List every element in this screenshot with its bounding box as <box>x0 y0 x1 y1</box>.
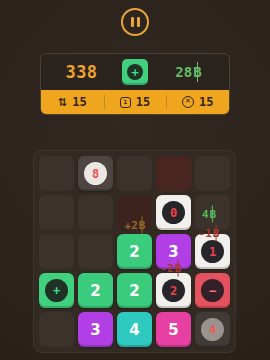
tile-circle: 0 <box>162 201 185 224</box>
tile-circle: 1 <box>201 240 224 263</box>
currency-icon: B <box>193 64 201 80</box>
tile-4[interactable]: 4 <box>195 312 230 347</box>
game-board: 80231+222−3454 +2B4B-1B-2B <box>33 150 236 353</box>
board-cell[interactable]: 1 <box>195 234 230 269</box>
hud-panel: 338 + 28B ⇅ 15 1 15 ✕ 15 <box>40 53 230 115</box>
tile-8[interactable]: 8 <box>78 156 113 191</box>
tile-2[interactable]: 2 <box>156 273 191 308</box>
tile-one-icon: 1 <box>120 97 131 108</box>
tile-circle: − <box>201 279 224 302</box>
tile-5[interactable]: 5 <box>156 312 191 347</box>
powerup-count: 15 <box>136 95 150 109</box>
board-cell[interactable]: 4 <box>195 312 230 347</box>
board-cell[interactable]: 2 <box>156 273 191 308</box>
board-cell[interactable]: 4 <box>117 312 152 347</box>
swap-arrows-icon: ⇅ <box>58 97 67 108</box>
powerup-count: 15 <box>199 95 213 109</box>
powerup-swap-button[interactable]: ⇅ 15 <box>41 90 104 114</box>
board-cell[interactable]: 2 <box>117 273 152 308</box>
tile-3[interactable]: 3 <box>78 312 113 347</box>
board-cell[interactable]: 0 <box>156 195 191 230</box>
board-cell[interactable] <box>39 156 74 191</box>
plus-icon: + <box>127 64 143 80</box>
app-background: 338 + 28B ⇅ 15 1 15 ✕ 15 80231+222−3454 … <box>0 0 270 360</box>
board-cell[interactable] <box>39 234 74 269</box>
tile-0[interactable]: 0 <box>156 195 191 230</box>
board-cell[interactable] <box>39 312 74 347</box>
board-cell[interactable]: 8 <box>78 156 113 191</box>
board-cell[interactable] <box>195 195 230 230</box>
board-cell[interactable]: 3 <box>78 312 113 347</box>
board-cell[interactable]: 2 <box>117 234 152 269</box>
tile-−[interactable]: − <box>195 273 230 308</box>
tile-2[interactable]: 2 <box>117 273 152 308</box>
pause-button[interactable] <box>121 8 149 36</box>
board-cell[interactable] <box>195 156 230 191</box>
score-value: 338 <box>41 62 122 82</box>
board-cell[interactable]: 5 <box>156 312 191 347</box>
board-cell[interactable] <box>117 156 152 191</box>
tile-circle: 8 <box>84 162 107 185</box>
board-cell[interactable]: + <box>39 273 74 308</box>
pause-icon <box>131 17 134 27</box>
tile-2[interactable]: 2 <box>117 234 152 269</box>
coin-balance: 28B <box>148 64 229 80</box>
score-panel: 338 + 28B <box>41 54 229 90</box>
board-cell[interactable]: 3 <box>156 234 191 269</box>
powerup-count: 15 <box>72 95 86 109</box>
tile-2[interactable]: 2 <box>78 273 113 308</box>
tile-circle: 4 <box>201 318 224 341</box>
board-cell[interactable] <box>78 234 113 269</box>
board-cell[interactable] <box>156 156 191 191</box>
circle-x-icon: ✕ <box>182 96 194 108</box>
tile-circle: 2 <box>162 279 185 302</box>
board-cell[interactable]: − <box>195 273 230 308</box>
tile-4[interactable]: 4 <box>117 312 152 347</box>
board-cell[interactable] <box>117 195 152 230</box>
tile-+[interactable]: + <box>39 273 74 308</box>
board-cell[interactable]: 2 <box>78 273 113 308</box>
board-cell[interactable] <box>78 195 113 230</box>
powerup-remove-button[interactable]: ✕ 15 <box>166 90 229 114</box>
powerup-insert-one-button[interactable]: 1 15 <box>104 90 167 114</box>
tile-1[interactable]: 1 <box>195 234 230 269</box>
powerup-bar: ⇅ 15 1 15 ✕ 15 <box>41 90 229 114</box>
board-grid: 80231+222−3454 <box>39 156 230 347</box>
pause-icon <box>137 17 140 27</box>
tile-circle: + <box>45 279 68 302</box>
tile-3[interactable]: 3 <box>156 234 191 269</box>
board-cell[interactable] <box>39 195 74 230</box>
next-tile-indicator: + <box>122 59 148 85</box>
